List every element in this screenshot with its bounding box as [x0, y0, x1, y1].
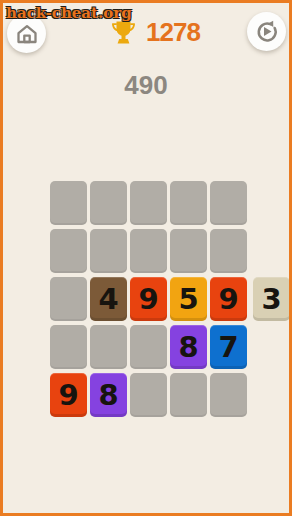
empty-cell: [90, 181, 127, 225]
tile-7: 7: [210, 325, 247, 369]
tile-8: 8: [90, 373, 127, 417]
best-score-value: 1278: [146, 17, 200, 48]
tile-5: 5: [170, 277, 207, 321]
empty-cell: [130, 181, 167, 225]
empty-cell: [210, 181, 247, 225]
empty-cell: [170, 229, 207, 273]
empty-cell: [170, 181, 207, 225]
tile-4: 4: [90, 277, 127, 321]
empty-cell: [50, 277, 87, 321]
restart-icon: [254, 19, 279, 44]
empty-cell: [90, 229, 127, 273]
empty-cell: [170, 373, 207, 417]
tile-9: 9: [210, 277, 247, 321]
tile-9: 9: [50, 373, 87, 417]
game-board[interactable]: 49598798: [50, 181, 247, 417]
game-screen: hack-cheat.org: [0, 0, 292, 516]
tile-9: 9: [130, 277, 167, 321]
restart-button[interactable]: [247, 12, 286, 51]
empty-cell: [50, 229, 87, 273]
empty-cell: [130, 373, 167, 417]
current-score: 490: [3, 70, 289, 101]
empty-cell: [130, 325, 167, 369]
empty-cell: [130, 229, 167, 273]
incoming-tile: 3: [253, 277, 290, 321]
empty-cell: [50, 325, 87, 369]
trophy-icon: [110, 20, 137, 46]
empty-cell: [90, 325, 127, 369]
tile-8: 8: [170, 325, 207, 369]
empty-cell: [210, 229, 247, 273]
empty-cell: [50, 181, 87, 225]
header-bar: 1278: [3, 3, 289, 63]
empty-cell: [210, 373, 247, 417]
